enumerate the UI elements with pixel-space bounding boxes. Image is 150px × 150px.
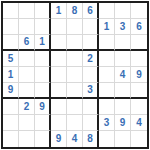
cell-r8c7-given: 3 (99, 115, 115, 131)
cell-r3c5-empty[interactable] (67, 35, 83, 51)
cell-r9c4-given: 9 (51, 131, 67, 147)
cell-r4c6-given: 2 (83, 51, 99, 67)
cell-r9c7-empty[interactable] (99, 131, 115, 147)
cell-r5c9-given: 9 (131, 67, 147, 83)
cell-r5c4-empty[interactable] (51, 67, 67, 83)
cell-r2c8-given: 3 (115, 19, 131, 35)
cell-r1c2-empty[interactable] (19, 3, 35, 19)
cell-r5c8-given: 4 (115, 67, 131, 83)
sudoku-board: 18613661521499329394948 (1, 1, 149, 149)
cell-r4c3-empty[interactable] (35, 51, 51, 67)
cell-r4c9-empty[interactable] (131, 51, 147, 67)
cell-r7c5-empty[interactable] (67, 99, 83, 115)
cell-r2c1-empty[interactable] (3, 19, 19, 35)
cell-r7c9-empty[interactable] (131, 99, 147, 115)
cell-r2c3-empty[interactable] (35, 19, 51, 35)
cell-r6c5-empty[interactable] (67, 83, 83, 99)
cell-r4c4-empty[interactable] (51, 51, 67, 67)
cell-r7c7-empty[interactable] (99, 99, 115, 115)
cell-r2c2-empty[interactable] (19, 19, 35, 35)
cell-r8c6-empty[interactable] (83, 115, 99, 131)
cell-r6c3-empty[interactable] (35, 83, 51, 99)
cell-r8c3-empty[interactable] (35, 115, 51, 131)
cell-r9c8-empty[interactable] (115, 131, 131, 147)
cell-r6c9-empty[interactable] (131, 83, 147, 99)
cell-r1c3-empty[interactable] (35, 3, 51, 19)
cell-r8c9-given: 4 (131, 115, 147, 131)
cell-r2c5-empty[interactable] (67, 19, 83, 35)
cell-r6c4-empty[interactable] (51, 83, 67, 99)
cell-r7c6-empty[interactable] (83, 99, 99, 115)
cell-r8c5-empty[interactable] (67, 115, 83, 131)
cell-r2c9-given: 6 (131, 19, 147, 35)
cell-r5c3-empty[interactable] (35, 67, 51, 83)
cell-r3c3-given: 1 (35, 35, 51, 51)
cell-r6c8-empty[interactable] (115, 83, 131, 99)
cell-r4c7-empty[interactable] (99, 51, 115, 67)
cell-r4c2-empty[interactable] (19, 51, 35, 67)
cell-r7c2-given: 2 (19, 99, 35, 115)
cell-r9c3-empty[interactable] (35, 131, 51, 147)
cell-r1c4-given: 1 (51, 3, 67, 19)
cell-r2c6-empty[interactable] (83, 19, 99, 35)
cell-r3c7-empty[interactable] (99, 35, 115, 51)
cell-r4c1-given: 5 (3, 51, 19, 67)
cell-r9c6-given: 8 (83, 131, 99, 147)
cell-r3c6-empty[interactable] (83, 35, 99, 51)
cell-r8c8-given: 9 (115, 115, 131, 131)
cell-r3c2-given: 6 (19, 35, 35, 51)
cell-r6c1-given: 9 (3, 83, 19, 99)
cell-r8c1-empty[interactable] (3, 115, 19, 131)
cell-r7c3-given: 9 (35, 99, 51, 115)
cell-r1c8-empty[interactable] (115, 3, 131, 19)
cell-r9c1-empty[interactable] (3, 131, 19, 147)
cell-r2c7-given: 1 (99, 19, 115, 35)
cell-r5c5-empty[interactable] (67, 67, 83, 83)
cell-r3c8-empty[interactable] (115, 35, 131, 51)
cell-r8c2-empty[interactable] (19, 115, 35, 131)
cell-r5c2-empty[interactable] (19, 67, 35, 83)
cell-r2c4-empty[interactable] (51, 19, 67, 35)
cell-r4c5-empty[interactable] (67, 51, 83, 67)
cell-r1c1-empty[interactable] (3, 3, 19, 19)
cell-r9c2-empty[interactable] (19, 131, 35, 147)
cell-r5c1-given: 1 (3, 67, 19, 83)
cell-r7c1-empty[interactable] (3, 99, 19, 115)
cell-r3c9-empty[interactable] (131, 35, 147, 51)
cell-r1c6-given: 6 (83, 3, 99, 19)
cell-r5c6-empty[interactable] (83, 67, 99, 83)
cell-r9c9-empty[interactable] (131, 131, 147, 147)
cell-r1c7-empty[interactable] (99, 3, 115, 19)
cell-r5c7-empty[interactable] (99, 67, 115, 83)
cell-r9c5-given: 4 (67, 131, 83, 147)
cell-r3c1-empty[interactable] (3, 35, 19, 51)
cell-r6c6-given: 3 (83, 83, 99, 99)
cell-r1c5-given: 8 (67, 3, 83, 19)
cell-r6c7-empty[interactable] (99, 83, 115, 99)
cell-r6c2-empty[interactable] (19, 83, 35, 99)
cell-r4c8-empty[interactable] (115, 51, 131, 67)
cell-r3c4-empty[interactable] (51, 35, 67, 51)
cell-r7c8-empty[interactable] (115, 99, 131, 115)
cell-r1c9-empty[interactable] (131, 3, 147, 19)
cell-r8c4-empty[interactable] (51, 115, 67, 131)
cell-r7c4-empty[interactable] (51, 99, 67, 115)
